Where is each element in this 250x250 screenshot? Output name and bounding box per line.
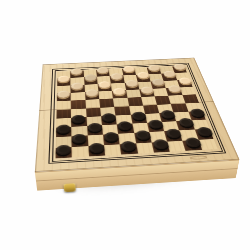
dark-piece: ● bbox=[184, 137, 202, 147]
dark-piece: ● bbox=[89, 143, 105, 154]
dark-piece: ● bbox=[102, 113, 117, 122]
dark-piece: ● bbox=[56, 124, 70, 134]
square-e6 bbox=[113, 98, 128, 107]
light-piece: ● bbox=[122, 66, 135, 73]
dark-piece: ● bbox=[196, 126, 213, 136]
light-piece: ● bbox=[57, 90, 70, 98]
light-piece: ● bbox=[178, 77, 193, 84]
dark-piece: ● bbox=[152, 139, 169, 149]
dark-piece: ● bbox=[87, 123, 102, 132]
dark-piece: ● bbox=[189, 108, 205, 117]
product-photo-scene: ●●●●●●●●●●●●●●●●●●●●●●●●●●●●●●●●●●●●●●●● bbox=[0, 0, 250, 250]
light-piece: ● bbox=[125, 80, 139, 87]
dark-piece: ● bbox=[135, 130, 151, 140]
brand-stamp bbox=[189, 155, 207, 160]
light-piece: ● bbox=[97, 67, 110, 74]
folding-draughts-box: ●●●●●●●●●●●●●●●●●●●●●●●●●●●●●●●●●●●●●●●● bbox=[35, 58, 240, 172]
square-h8 bbox=[151, 81, 166, 89]
dark-piece: ● bbox=[118, 121, 133, 130]
light-piece: ● bbox=[173, 64, 187, 71]
square-f7 bbox=[126, 89, 141, 97]
square-i10 bbox=[159, 66, 174, 73]
board-top-face: ●●●●●●●●●●●●●●●●●●●●●●●●●●●●●●●●●●●●●●●● bbox=[35, 58, 240, 172]
dark-piece: ● bbox=[72, 133, 87, 143]
playing-area-border: ●●●●●●●●●●●●●●●●●●●●●●●●●●●●●●●●●●●●●●●● bbox=[48, 63, 226, 164]
light-piece: ● bbox=[71, 82, 84, 89]
light-piece: ● bbox=[71, 68, 83, 75]
light-piece: ● bbox=[58, 76, 70, 83]
dark-piece: ● bbox=[121, 141, 137, 151]
pieces-layer: ●●●●●●●●●●●●●●●●●●●●●●●●●●●●●●●●●●●●●●●● bbox=[56, 66, 218, 159]
dark-piece: ● bbox=[165, 128, 182, 138]
brass-clasp-front bbox=[63, 183, 75, 192]
dark-piece: ● bbox=[148, 120, 164, 129]
dark-piece: ● bbox=[160, 110, 176, 119]
dark-piece: ● bbox=[56, 144, 71, 155]
light-piece: ● bbox=[85, 89, 98, 97]
dark-piece: ● bbox=[178, 118, 195, 127]
dark-piece: ● bbox=[104, 132, 119, 142]
light-piece: ● bbox=[84, 74, 97, 81]
light-piece: ● bbox=[110, 73, 123, 80]
dark-piece: ● bbox=[72, 114, 86, 123]
light-piece: ● bbox=[167, 85, 182, 93]
light-piece: ● bbox=[98, 81, 111, 88]
dark-piece: ● bbox=[131, 111, 146, 120]
